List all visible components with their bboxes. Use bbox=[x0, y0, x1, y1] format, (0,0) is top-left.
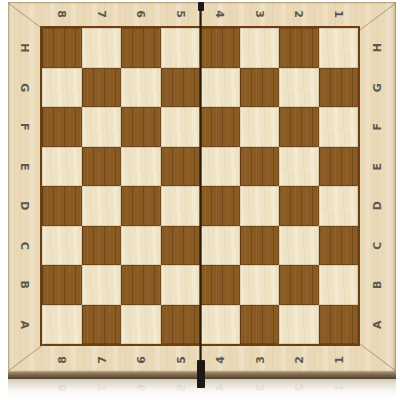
right-label-D: D bbox=[358, 188, 398, 224]
square-a2[interactable] bbox=[279, 305, 319, 345]
square-g7[interactable] bbox=[82, 68, 122, 108]
right-label-G: G bbox=[358, 69, 398, 105]
square-f3[interactable] bbox=[240, 107, 280, 147]
square-d3[interactable] bbox=[240, 186, 280, 226]
square-a6[interactable] bbox=[121, 305, 161, 345]
product-photo-scene: 87654321 87654321 HGFEDCBA HGFEDCBA 8765… bbox=[0, 0, 400, 400]
square-b6[interactable] bbox=[121, 265, 161, 305]
square-e5[interactable] bbox=[161, 147, 201, 187]
square-h4[interactable] bbox=[200, 28, 240, 68]
right-label-F: F bbox=[358, 109, 398, 145]
square-c2[interactable] bbox=[279, 226, 319, 266]
left-label-A: A bbox=[4, 308, 44, 340]
square-b2[interactable] bbox=[279, 265, 319, 305]
square-f7[interactable] bbox=[82, 107, 122, 147]
square-g1[interactable] bbox=[319, 68, 359, 108]
square-e8[interactable] bbox=[42, 147, 82, 187]
chess-board: 87654321 87654321 HGFEDCBA HGFEDCBA bbox=[8, 2, 396, 372]
square-d5[interactable] bbox=[161, 186, 201, 226]
square-f2[interactable] bbox=[279, 107, 319, 147]
square-b1[interactable] bbox=[319, 265, 359, 305]
right-label-H: H bbox=[358, 30, 398, 66]
right-label-A: A bbox=[358, 306, 398, 342]
square-a4[interactable] bbox=[200, 305, 240, 345]
square-b5[interactable] bbox=[161, 265, 201, 305]
square-c8[interactable] bbox=[42, 226, 82, 266]
square-g5[interactable] bbox=[161, 68, 201, 108]
square-e2[interactable] bbox=[279, 147, 319, 187]
left-label-C: C bbox=[4, 229, 44, 261]
square-h6[interactable] bbox=[121, 28, 161, 68]
square-g3[interactable] bbox=[240, 68, 280, 108]
square-h2[interactable] bbox=[279, 28, 319, 68]
corner-mitre-joint bbox=[8, 344, 44, 371]
square-d2[interactable] bbox=[279, 186, 319, 226]
square-a8[interactable] bbox=[42, 305, 82, 345]
square-e6[interactable] bbox=[121, 147, 161, 187]
left-label-B: B bbox=[4, 269, 44, 301]
square-e4[interactable] bbox=[200, 147, 240, 187]
square-h3[interactable] bbox=[240, 28, 280, 68]
square-h5[interactable] bbox=[161, 28, 201, 68]
square-a3[interactable] bbox=[240, 305, 280, 345]
square-g2[interactable] bbox=[279, 68, 319, 108]
square-d4[interactable] bbox=[200, 186, 240, 226]
square-c4[interactable] bbox=[200, 226, 240, 266]
square-c7[interactable] bbox=[82, 226, 122, 266]
square-b8[interactable] bbox=[42, 265, 82, 305]
square-d7[interactable] bbox=[82, 186, 122, 226]
left-label-E: E bbox=[4, 150, 44, 182]
square-c6[interactable] bbox=[121, 226, 161, 266]
square-e3[interactable] bbox=[240, 147, 280, 187]
file-labels-right: HGFEDCBA bbox=[360, 28, 396, 344]
square-d1[interactable] bbox=[319, 186, 359, 226]
square-e1[interactable] bbox=[319, 147, 359, 187]
square-b7[interactable] bbox=[82, 265, 122, 305]
square-b4[interactable] bbox=[200, 265, 240, 305]
square-g4[interactable] bbox=[200, 68, 240, 108]
hinge-bottom bbox=[197, 360, 205, 388]
square-h1[interactable] bbox=[319, 28, 359, 68]
right-label-E: E bbox=[358, 148, 398, 184]
left-label-D: D bbox=[4, 190, 44, 222]
left-label-G: G bbox=[4, 71, 44, 103]
square-c5[interactable] bbox=[161, 226, 201, 266]
square-f4[interactable] bbox=[200, 107, 240, 147]
right-label-C: C bbox=[358, 227, 398, 263]
square-b3[interactable] bbox=[240, 265, 280, 305]
square-f8[interactable] bbox=[42, 107, 82, 147]
square-h8[interactable] bbox=[42, 28, 82, 68]
square-d8[interactable] bbox=[42, 186, 82, 226]
square-e7[interactable] bbox=[82, 147, 122, 187]
square-f6[interactable] bbox=[121, 107, 161, 147]
file-labels-left: HGFEDCBA bbox=[8, 28, 40, 344]
square-g6[interactable] bbox=[121, 68, 161, 108]
corner-mitre-joint bbox=[360, 344, 396, 371]
left-label-F: F bbox=[4, 111, 44, 143]
hinge-top bbox=[198, 2, 204, 11]
corner-mitre-joint bbox=[8, 3, 44, 30]
right-label-B: B bbox=[358, 267, 398, 303]
square-g8[interactable] bbox=[42, 68, 82, 108]
corner-mitre-joint bbox=[360, 3, 396, 30]
square-a1[interactable] bbox=[319, 305, 359, 345]
square-a7[interactable] bbox=[82, 305, 122, 345]
square-h7[interactable] bbox=[82, 28, 122, 68]
square-a5[interactable] bbox=[161, 305, 201, 345]
square-c1[interactable] bbox=[319, 226, 359, 266]
left-label-H: H bbox=[4, 32, 44, 64]
square-d6[interactable] bbox=[121, 186, 161, 226]
square-f5[interactable] bbox=[161, 107, 201, 147]
square-c3[interactable] bbox=[240, 226, 280, 266]
fold-seam bbox=[199, 2, 202, 372]
square-f1[interactable] bbox=[319, 107, 359, 147]
